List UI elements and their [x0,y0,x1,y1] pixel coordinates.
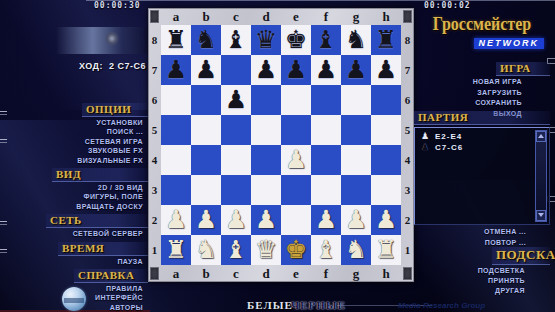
rank-label: 3 [148,175,161,205]
square-a6[interactable] [161,85,191,115]
left-menu-section: ВРЕМЯПАУЗА [0,242,148,266]
file-label: f [311,265,341,282]
left-menu-item[interactable]: ПОИСК ... [0,127,148,136]
square-b7[interactable]: ♟ [191,55,221,85]
file-label: d [251,265,281,282]
black-piece: ♟ [191,55,221,85]
last-move-line: ХОД:2 C7-C6 [0,61,146,71]
square-c8[interactable]: ♝ [221,25,251,55]
player-avatar-bar [56,27,148,54]
game-menu-item[interactable]: СОХРАНИТЬ [414,98,550,109]
white-piece: ♟ [281,145,311,175]
rank-label: 8 [401,25,414,55]
black-piece: ♝ [221,25,251,55]
square-b8[interactable]: ♞ [191,25,221,55]
square-d4[interactable] [251,145,281,175]
game-menu-item[interactable]: НОВАЯ ИГРА [414,77,550,88]
move-list-scrollbar[interactable] [535,130,547,222]
square-d6[interactable] [251,85,281,115]
logo-subtitle-row: NETWORK [414,32,550,50]
white-piece: ♛ [251,235,281,265]
hint-menu-section: ПОДСКАЗКАПОДСВЕТКАПРИНЯТЬДРУГАЯ [410,247,550,296]
hint-menu-item[interactable]: ДРУГАЯ [410,286,550,296]
board-corner [150,267,159,280]
left-menu-header-3: ВРЕМЯ [58,242,148,256]
square-e3[interactable] [281,175,311,205]
left-menu-item[interactable]: СЕТЕВОЙ СЕРВЕР [0,229,148,238]
left-menu-item[interactable]: СЕТЕВАЯ ИГРА [0,137,148,146]
square-f3[interactable] [311,175,341,205]
square-c7[interactable] [221,55,251,85]
black-piece: ♟ [221,85,251,115]
left-menu-item[interactable]: ПАУЗА [0,257,148,266]
square-g8[interactable]: ♞ [341,25,371,55]
game-menu-header-0: ИГРА [496,62,550,76]
black-piece: ♞ [191,25,221,55]
square-f6[interactable] [311,85,341,115]
clock-right: 00:00:02 [424,1,471,10]
square-h3[interactable] [371,175,401,205]
move-list: ♟E2-E4♟C7-C6 [419,131,535,222]
move-row[interactable]: ♟E2-E4 [419,131,535,142]
left-menu-section: ОПЦИИУСТАНОВКИПОИСК ...СЕТЕВАЯ ИГРАЗВУКО… [0,103,148,165]
avatar [102,28,124,53]
file-label: c [221,8,251,25]
file-label: e [281,265,311,282]
black-pawn-icon: ♟ [419,142,431,153]
white-piece: ♝ [311,235,341,265]
square-c1[interactable]: ♝ [221,235,251,265]
action-menu: ОТМЕНА ...ПОВТОР ... [414,226,550,248]
file-label: d [251,8,281,25]
app-logo: Гроссмейстер NETWORK [414,15,550,50]
network-badge: NETWORK [474,38,545,49]
white-piece: ♟ [341,205,371,235]
square-f7[interactable]: ♟ [311,55,341,85]
left-menu-section: ВИД2D / 3D ВИДФИГУРЫ, ПОЛЕВРАЩАТЬ ДОСКУ [0,168,148,211]
rank-label: 7 [148,55,161,85]
black-piece: ♟ [371,55,401,85]
square-g3[interactable] [341,175,371,205]
square-f2[interactable]: ♟ [311,205,341,235]
square-c3[interactable] [221,175,251,205]
square-g4[interactable] [341,145,371,175]
square-d2[interactable]: ♟ [251,205,281,235]
file-label: b [191,8,221,25]
black-piece: ♜ [161,25,191,55]
square-f5[interactable] [311,115,341,145]
square-d5[interactable] [251,115,281,145]
square-e2[interactable] [281,205,311,235]
square-c5[interactable] [221,115,251,145]
left-menu-item[interactable]: ВРАЩАТЬ ДОСКУ [0,202,148,211]
black-piece: ♞ [341,25,371,55]
file-label: b [191,265,221,282]
square-e8[interactable]: ♚ [281,25,311,55]
white-piece: ♟ [251,205,281,235]
file-label: a [161,8,191,25]
black-piece: ♟ [281,55,311,85]
black-piece: ♟ [311,55,341,85]
white-piece: ♟ [161,205,191,235]
black-piece: ♟ [341,55,371,85]
app-window: 00:00:30 00:00:02 ХОД:2 C7-C6 ОПЦИИУСТАН… [0,0,555,312]
hint-menu-item[interactable]: ПОДСВЕТКА [410,266,550,276]
move-text: E2-E4 [435,132,462,141]
square-d7[interactable]: ♟ [251,55,281,85]
left-menu-item[interactable]: ЗВУКОВЫЕ FX [0,146,148,155]
rank-label: 3 [401,175,414,205]
rank-label: 1 [148,235,161,265]
square-h7[interactable]: ♟ [371,55,401,85]
black-piece: ♟ [161,55,191,85]
square-b5[interactable] [191,115,221,145]
rank-label: 4 [401,145,414,175]
square-b3[interactable] [191,175,221,205]
left-menu-header-0: ОПЦИИ [82,103,148,117]
square-f1[interactable]: ♝ [311,235,341,265]
white-piece: ♟ [191,205,221,235]
action-item[interactable]: ОТМЕНА ... [414,226,550,237]
clock-left: 00:00:30 [94,1,141,10]
black-piece: ♛ [251,25,281,55]
board-corner [403,10,412,23]
square-b1[interactable]: ♞ [191,235,221,265]
white-piece: ♞ [341,235,371,265]
square-h1[interactable]: ♜ [371,235,401,265]
tab-white-player[interactable]: БЕЛЫЕ [247,299,293,311]
hint-menu: ПОДСКАЗКАПОДСВЕТКАПРИНЯТЬДРУГАЯ [410,247,550,299]
left-menu-section: СЕТЬСЕТЕВОЙ СЕРВЕР [0,214,148,238]
white-piece: ♜ [161,235,191,265]
square-e4[interactable]: ♟ [281,145,311,175]
scroll-up-icon[interactable] [536,131,546,142]
square-h2[interactable]: ♟ [371,205,401,235]
file-label: g [341,265,371,282]
rank-label: 6 [401,85,414,115]
rank-label: 2 [148,205,161,235]
game-menu-item[interactable]: ЗАГРУЗИТЬ [414,88,550,99]
file-label: a [161,265,191,282]
white-piece: ♟ [371,205,401,235]
square-a4[interactable] [161,145,191,175]
party-header: ПАРТИЯ [414,111,550,125]
left-menu-header-1: ВИД [52,168,148,182]
chess-board: abcdefgh8♜♞♝♛♚♝♞♜87♟♟♟♟♟♟♟76♟6554♟4332♟♟… [148,8,414,282]
square-a3[interactable] [161,175,191,205]
square-e7[interactable]: ♟ [281,55,311,85]
white-piece: ♚ [281,235,311,265]
square-a8[interactable]: ♜ [161,25,191,55]
left-menu-header-2: СЕТЬ [46,214,148,228]
move-list-box: ♟E2-E4♟C7-C6 [414,127,550,225]
white-pawn-icon: ♟ [419,131,431,142]
move-value: 2 C7-C6 [109,61,146,71]
scroll-down-icon[interactable] [536,210,546,221]
square-c6[interactable]: ♟ [221,85,251,115]
black-piece: ♟ [251,55,281,85]
square-c2[interactable]: ♟ [221,205,251,235]
white-piece: ♟ [311,205,341,235]
square-g5[interactable] [341,115,371,145]
square-d3[interactable] [251,175,281,205]
top-edge-line [86,0,555,1]
rank-label: 2 [401,205,414,235]
black-piece: ♝ [311,25,341,55]
square-e1[interactable]: ♚ [281,235,311,265]
square-g6[interactable] [341,85,371,115]
square-e6[interactable] [281,85,311,115]
square-a7[interactable]: ♟ [161,55,191,85]
left-menu-item[interactable]: ВИЗУАЛЬНЫЕ FX [0,156,148,165]
rank-label: 5 [401,115,414,145]
hint-menu-header-0: ПОДСКАЗКА [492,247,550,265]
square-h8[interactable]: ♜ [371,25,401,55]
board-corner [150,10,159,23]
square-d1[interactable]: ♛ [251,235,281,265]
square-h5[interactable] [371,115,401,145]
black-piece: ♚ [281,25,311,55]
white-piece: ♜ [371,235,401,265]
left-menu-item[interactable]: 2D / 3D ВИД [0,183,148,192]
white-piece: ♝ [221,235,251,265]
left-menu-header-4: СПРАВКА [74,269,148,283]
party-panel: ПАРТИЯ ♟E2-E4♟C7-C6 [414,111,550,225]
rank-label: 4 [148,145,161,175]
square-f8[interactable]: ♝ [311,25,341,55]
square-c4[interactable] [221,145,251,175]
square-a1[interactable]: ♜ [161,235,191,265]
square-f4[interactable] [311,145,341,175]
square-h6[interactable] [371,85,401,115]
square-g2[interactable]: ♟ [341,205,371,235]
white-piece: ♟ [221,205,251,235]
file-label: h [371,265,401,282]
move-row[interactable]: ♟C7-C6 [419,142,535,153]
logo-title: Гроссмейстер [433,14,531,35]
file-label: h [371,8,401,25]
hint-menu-item[interactable]: ПРИНЯТЬ [410,276,550,286]
square-b6[interactable] [191,85,221,115]
left-menu-item[interactable]: УСТАНОВКИ [0,118,148,127]
square-d8[interactable]: ♛ [251,25,281,55]
move-label: ХОД: [79,61,103,71]
file-label: g [341,8,371,25]
square-b2[interactable]: ♟ [191,205,221,235]
black-piece: ♜ [371,25,401,55]
file-label: c [221,265,251,282]
white-piece: ♞ [191,235,221,265]
square-g1[interactable]: ♞ [341,235,371,265]
file-label: f [311,8,341,25]
rank-label: 8 [148,25,161,55]
rank-label: 6 [148,85,161,115]
square-a2[interactable]: ♟ [161,205,191,235]
square-a5[interactable] [161,115,191,145]
square-e5[interactable] [281,115,311,145]
publisher-logo-icon [62,287,86,311]
square-b4[interactable] [191,145,221,175]
file-label: e [281,8,311,25]
move-text: C7-C6 [435,143,463,152]
rank-label: 7 [401,55,414,85]
left-menu-item[interactable]: ФИГУРЫ, ПОЛЕ [0,192,148,201]
rank-label: 5 [148,115,161,145]
publisher-credit: Media Research Group [398,301,485,310]
left-menu: ОПЦИИУСТАНОВКИПОИСК ...СЕТЕВАЯ ИГРАЗВУКО… [0,103,148,312]
square-g7[interactable]: ♟ [341,55,371,85]
square-h4[interactable] [371,145,401,175]
